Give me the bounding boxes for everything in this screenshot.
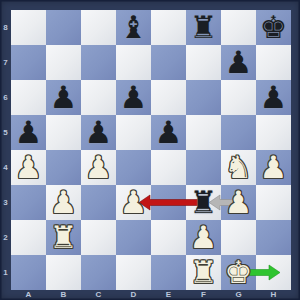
file-label-A: A bbox=[11, 289, 46, 300]
square-d6[interactable]: ♟ bbox=[116, 80, 151, 115]
rank-label-1: 1 bbox=[0, 255, 11, 290]
square-b6[interactable]: ♟ bbox=[46, 80, 81, 115]
square-e4[interactable] bbox=[151, 150, 186, 185]
piece-black-rook-f3[interactable]: ♜ bbox=[190, 185, 218, 220]
square-c3[interactable] bbox=[81, 185, 116, 220]
piece-black-pawn-e5[interactable]: ♟ bbox=[155, 115, 183, 150]
square-h7[interactable] bbox=[256, 45, 291, 80]
square-e3[interactable] bbox=[151, 185, 186, 220]
square-g7[interactable]: ♟ bbox=[221, 45, 256, 80]
piece-white-knight-g4[interactable]: ♞ bbox=[225, 150, 253, 185]
square-b5[interactable] bbox=[46, 115, 81, 150]
square-a6[interactable] bbox=[11, 80, 46, 115]
piece-white-pawn-f2[interactable]: ♟ bbox=[190, 220, 218, 255]
square-d1[interactable] bbox=[116, 255, 151, 290]
square-d2[interactable] bbox=[116, 220, 151, 255]
chess-board: ♝♜♚♟♟♟♟♟♟♟♟♟♞♟♟♟♜♟♜♟♜♚ bbox=[11, 10, 291, 290]
piece-black-pawn-h6[interactable]: ♟ bbox=[260, 80, 288, 115]
file-labels: ABCDEFGH bbox=[11, 289, 291, 300]
piece-white-pawn-a4[interactable]: ♟ bbox=[15, 150, 43, 185]
square-f1[interactable]: ♜ bbox=[186, 255, 221, 290]
rank-label-2: 2 bbox=[0, 220, 11, 255]
square-h1[interactable] bbox=[256, 255, 291, 290]
file-label-C: C bbox=[81, 289, 116, 300]
square-f8[interactable]: ♜ bbox=[186, 10, 221, 45]
square-h2[interactable] bbox=[256, 220, 291, 255]
square-c6[interactable] bbox=[81, 80, 116, 115]
square-h5[interactable] bbox=[256, 115, 291, 150]
piece-black-pawn-b6[interactable]: ♟ bbox=[50, 80, 78, 115]
piece-black-pawn-a5[interactable]: ♟ bbox=[15, 115, 43, 150]
square-f2[interactable]: ♟ bbox=[186, 220, 221, 255]
square-e5[interactable]: ♟ bbox=[151, 115, 186, 150]
piece-black-bishop-d8[interactable]: ♝ bbox=[120, 10, 148, 45]
piece-black-rook-f8[interactable]: ♜ bbox=[190, 10, 218, 45]
rank-label-3: 3 bbox=[0, 185, 11, 220]
piece-white-rook-b2[interactable]: ♜ bbox=[50, 220, 78, 255]
square-b8[interactable] bbox=[46, 10, 81, 45]
piece-black-pawn-g7[interactable]: ♟ bbox=[225, 45, 253, 80]
square-h4[interactable]: ♟ bbox=[256, 150, 291, 185]
rank-label-6: 6 bbox=[0, 80, 11, 115]
square-d7[interactable] bbox=[116, 45, 151, 80]
square-c5[interactable]: ♟ bbox=[81, 115, 116, 150]
rank-label-8: 8 bbox=[0, 10, 11, 45]
rank-label-5: 5 bbox=[0, 115, 11, 150]
square-b7[interactable] bbox=[46, 45, 81, 80]
square-c8[interactable] bbox=[81, 10, 116, 45]
square-d3[interactable]: ♟ bbox=[116, 185, 151, 220]
square-f5[interactable] bbox=[186, 115, 221, 150]
square-e1[interactable] bbox=[151, 255, 186, 290]
piece-white-pawn-b3[interactable]: ♟ bbox=[50, 185, 78, 220]
piece-black-king-h8[interactable]: ♚ bbox=[260, 10, 288, 45]
file-label-E: E bbox=[151, 289, 186, 300]
square-e2[interactable] bbox=[151, 220, 186, 255]
square-a7[interactable] bbox=[11, 45, 46, 80]
file-label-G: G bbox=[221, 289, 256, 300]
square-c1[interactable] bbox=[81, 255, 116, 290]
file-label-B: B bbox=[46, 289, 81, 300]
square-e7[interactable] bbox=[151, 45, 186, 80]
square-f7[interactable] bbox=[186, 45, 221, 80]
piece-white-pawn-d3[interactable]: ♟ bbox=[120, 185, 148, 220]
square-f6[interactable] bbox=[186, 80, 221, 115]
piece-black-pawn-c5[interactable]: ♟ bbox=[85, 115, 113, 150]
square-a1[interactable] bbox=[11, 255, 46, 290]
square-h3[interactable] bbox=[256, 185, 291, 220]
file-label-D: D bbox=[116, 289, 151, 300]
square-g1[interactable]: ♚ bbox=[221, 255, 256, 290]
square-b3[interactable]: ♟ bbox=[46, 185, 81, 220]
square-g5[interactable] bbox=[221, 115, 256, 150]
chess-diagram: 87654321 ♝♜♚♟♟♟♟♟♟♟♟♟♞♟♟♟♜♟♜♟♜♚ ABCDEFGH bbox=[0, 0, 300, 300]
square-f3[interactable]: ♜ bbox=[186, 185, 221, 220]
square-d8[interactable]: ♝ bbox=[116, 10, 151, 45]
rank-labels: 87654321 bbox=[0, 10, 11, 290]
square-g6[interactable] bbox=[221, 80, 256, 115]
square-h6[interactable]: ♟ bbox=[256, 80, 291, 115]
square-c4[interactable]: ♟ bbox=[81, 150, 116, 185]
rank-label-7: 7 bbox=[0, 45, 11, 80]
square-c2[interactable] bbox=[81, 220, 116, 255]
square-a4[interactable]: ♟ bbox=[11, 150, 46, 185]
square-c7[interactable] bbox=[81, 45, 116, 80]
piece-black-pawn-d6[interactable]: ♟ bbox=[120, 80, 148, 115]
piece-white-pawn-h4[interactable]: ♟ bbox=[260, 150, 288, 185]
piece-white-rook-f1[interactable]: ♜ bbox=[190, 255, 218, 290]
rank-label-4: 4 bbox=[0, 150, 11, 185]
square-g8[interactable] bbox=[221, 10, 256, 45]
square-f4[interactable] bbox=[186, 150, 221, 185]
square-b2[interactable]: ♜ bbox=[46, 220, 81, 255]
square-a5[interactable]: ♟ bbox=[11, 115, 46, 150]
square-b1[interactable] bbox=[46, 255, 81, 290]
file-label-F: F bbox=[186, 289, 221, 300]
piece-white-king-g1[interactable]: ♚ bbox=[225, 255, 253, 290]
piece-white-pawn-g3[interactable]: ♟ bbox=[225, 185, 253, 220]
square-g2[interactable] bbox=[221, 220, 256, 255]
square-e8[interactable] bbox=[151, 10, 186, 45]
square-d4[interactable] bbox=[116, 150, 151, 185]
square-a2[interactable] bbox=[11, 220, 46, 255]
square-b4[interactable] bbox=[46, 150, 81, 185]
square-a8[interactable] bbox=[11, 10, 46, 45]
file-label-H: H bbox=[256, 289, 291, 300]
square-e6[interactable] bbox=[151, 80, 186, 115]
piece-white-pawn-c4[interactable]: ♟ bbox=[85, 150, 113, 185]
square-g4[interactable]: ♞ bbox=[221, 150, 256, 185]
square-d5[interactable] bbox=[116, 115, 151, 150]
square-a3[interactable] bbox=[11, 185, 46, 220]
square-h8[interactable]: ♚ bbox=[256, 10, 291, 45]
square-g3[interactable]: ♟ bbox=[221, 185, 256, 220]
